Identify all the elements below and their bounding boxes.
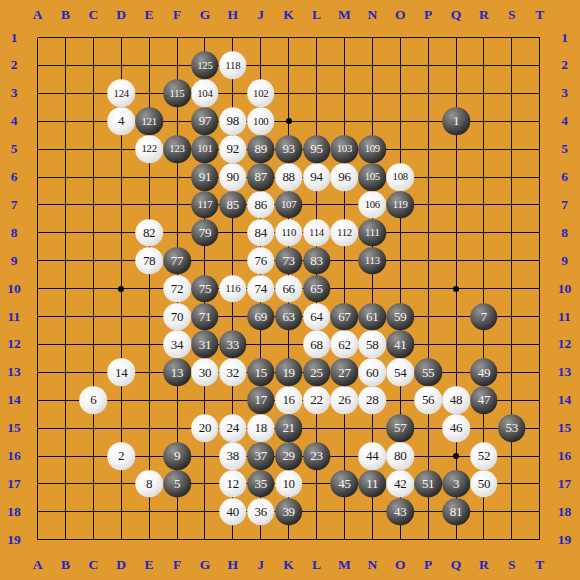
- star-point-K4: [286, 118, 292, 124]
- row-label-right-5: 5: [561, 141, 568, 157]
- move-number: 60: [366, 366, 378, 379]
- column-label-bottom-H: H: [228, 557, 239, 573]
- move-number: 81: [450, 505, 462, 518]
- stone-white-100-J4[interactable]: 100: [247, 107, 275, 135]
- stone-white-84-J8[interactable]: 84: [247, 219, 275, 247]
- move-number: 8: [146, 477, 152, 490]
- stone-white-68-L12[interactable]: 68: [303, 331, 331, 359]
- move-number: 74: [254, 282, 266, 295]
- move-number: 79: [199, 226, 211, 239]
- stone-white-28-N14[interactable]: 28: [359, 386, 387, 414]
- move-number: 66: [282, 282, 294, 295]
- move-number: 47: [478, 394, 490, 407]
- move-number: 27: [338, 366, 350, 379]
- stone-black-27-M13[interactable]: 27: [331, 359, 359, 387]
- move-number: 96: [338, 171, 350, 184]
- grid-line-vertical-P: [428, 38, 429, 540]
- go-board[interactable]: AA11BB22CC33DD44EE55FF66GG77HH88JJ99KK10…: [0, 0, 580, 580]
- stone-black-125-G2[interactable]: 125: [191, 52, 219, 80]
- move-number: 93: [282, 143, 294, 156]
- stone-white-58-N12[interactable]: 58: [359, 331, 387, 359]
- row-label-left-1: 1: [11, 30, 18, 46]
- move-number: 91: [199, 171, 211, 184]
- move-number: 46: [450, 422, 462, 435]
- stone-white-78-E9[interactable]: 78: [135, 247, 163, 275]
- row-label-left-5: 5: [11, 141, 18, 157]
- stone-white-12-H17[interactable]: 12: [219, 470, 247, 498]
- column-label-bottom-S: S: [508, 557, 516, 573]
- column-label-bottom-K: K: [283, 557, 294, 573]
- row-label-right-2: 2: [561, 57, 568, 73]
- move-number: 84: [254, 226, 266, 239]
- move-number: 10: [282, 477, 294, 490]
- stone-black-91-G6[interactable]: 91: [191, 163, 219, 191]
- stone-white-48-Q14[interactable]: 48: [442, 386, 470, 414]
- stone-white-86-J7[interactable]: 86: [247, 191, 275, 219]
- stone-white-62-M12[interactable]: 62: [331, 331, 359, 359]
- stone-black-73-K9[interactable]: 73: [275, 247, 303, 275]
- move-number: 72: [171, 282, 183, 295]
- stone-white-34-F12[interactable]: 34: [163, 331, 191, 359]
- move-number: 45: [338, 477, 350, 490]
- column-label-bottom-D: D: [116, 557, 126, 573]
- row-label-left-8: 8: [11, 225, 18, 241]
- move-number: 92: [227, 143, 239, 156]
- move-number: 48: [450, 394, 462, 407]
- move-number: 35: [254, 477, 266, 490]
- row-label-right-9: 9: [561, 253, 568, 269]
- move-number: 63: [282, 310, 294, 323]
- stone-black-81-Q18[interactable]: 81: [442, 498, 470, 526]
- move-number: 100: [253, 116, 268, 127]
- stone-white-46-Q15[interactable]: 46: [442, 414, 470, 442]
- stone-white-30-G13[interactable]: 30: [191, 359, 219, 387]
- stone-white-66-K10[interactable]: 66: [275, 275, 303, 303]
- row-label-left-4: 4: [11, 113, 18, 129]
- move-number: 26: [338, 394, 350, 407]
- stone-white-14-D13[interactable]: 14: [107, 359, 135, 387]
- stone-black-79-G8[interactable]: 79: [191, 219, 219, 247]
- column-label-top-P: P: [424, 7, 432, 23]
- stone-black-17-J14[interactable]: 17: [247, 386, 275, 414]
- stone-black-9-F16[interactable]: 9: [163, 442, 191, 470]
- stone-black-49-R13[interactable]: 49: [470, 359, 498, 387]
- column-label-top-G: G: [200, 7, 211, 23]
- move-number: 6: [90, 394, 96, 407]
- move-number: 119: [393, 199, 408, 210]
- stone-black-1-Q4[interactable]: 1: [442, 107, 470, 135]
- column-label-bottom-A: A: [33, 557, 43, 573]
- move-number: 15: [254, 366, 266, 379]
- move-number: 40: [227, 505, 239, 518]
- stone-white-106-N7[interactable]: 106: [359, 191, 387, 219]
- stone-white-20-G15[interactable]: 20: [191, 414, 219, 442]
- move-number: 54: [394, 366, 406, 379]
- column-label-top-D: D: [116, 7, 126, 23]
- move-number: 105: [365, 172, 380, 183]
- move-number: 113: [365, 255, 380, 266]
- column-label-top-C: C: [88, 7, 98, 23]
- stone-black-29-K16[interactable]: 29: [275, 442, 303, 470]
- stone-white-124-D3[interactable]: 124: [107, 80, 135, 108]
- move-number: 30: [199, 366, 211, 379]
- move-number: 87: [254, 171, 266, 184]
- stone-black-107-K7[interactable]: 107: [275, 191, 303, 219]
- stone-black-5-F17[interactable]: 5: [163, 470, 191, 498]
- move-number: 106: [365, 199, 380, 210]
- move-number: 118: [225, 60, 240, 71]
- stone-black-83-L9[interactable]: 83: [303, 247, 331, 275]
- column-label-top-L: L: [312, 7, 321, 23]
- row-label-left-15: 15: [7, 420, 21, 436]
- stone-white-4-D4[interactable]: 4: [107, 107, 135, 135]
- move-number: 34: [171, 338, 183, 351]
- move-number: 59: [394, 310, 406, 323]
- column-label-top-R: R: [479, 7, 489, 23]
- column-label-top-J: J: [257, 7, 264, 23]
- stone-black-87-J6[interactable]: 87: [247, 163, 275, 191]
- stone-white-32-H13[interactable]: 32: [219, 359, 247, 387]
- column-label-top-B: B: [61, 7, 70, 23]
- row-label-right-8: 8: [561, 225, 568, 241]
- stone-black-21-K15[interactable]: 21: [275, 414, 303, 442]
- stone-black-115-F3[interactable]: 115: [163, 80, 191, 108]
- move-number: 25: [310, 366, 322, 379]
- stone-white-56-P14[interactable]: 56: [414, 386, 442, 414]
- stone-white-36-J18[interactable]: 36: [247, 498, 275, 526]
- move-number: 12: [227, 477, 239, 490]
- stone-white-82-E8[interactable]: 82: [135, 219, 163, 247]
- column-label-bottom-N: N: [367, 557, 377, 573]
- move-number: 53: [506, 422, 518, 435]
- move-number: 115: [170, 88, 185, 99]
- move-number: 32: [227, 366, 239, 379]
- stone-white-26-M14[interactable]: 26: [331, 386, 359, 414]
- row-label-right-18: 18: [558, 504, 572, 520]
- stone-white-110-K8[interactable]: 110: [275, 219, 303, 247]
- move-number: 107: [281, 199, 296, 210]
- move-number: 61: [366, 310, 378, 323]
- stone-black-113-N9[interactable]: 113: [359, 247, 387, 275]
- stone-white-72-F10[interactable]: 72: [163, 275, 191, 303]
- stone-black-101-G5[interactable]: 101: [191, 135, 219, 163]
- stone-black-109-N5[interactable]: 109: [359, 135, 387, 163]
- stone-white-54-O13[interactable]: 54: [386, 359, 414, 387]
- move-number: 117: [197, 199, 212, 210]
- stone-black-35-J17[interactable]: 35: [247, 470, 275, 498]
- row-label-left-13: 13: [7, 364, 21, 380]
- move-number: 13: [171, 366, 183, 379]
- stone-white-116-H10[interactable]: 116: [219, 275, 247, 303]
- stone-black-45-M17[interactable]: 45: [331, 470, 359, 498]
- move-number: 17: [254, 394, 266, 407]
- stone-white-18-J15[interactable]: 18: [247, 414, 275, 442]
- row-label-right-15: 15: [558, 420, 572, 436]
- move-number: 28: [366, 394, 378, 407]
- stone-black-123-F5[interactable]: 123: [163, 135, 191, 163]
- move-number: 1: [453, 115, 459, 128]
- row-label-right-17: 17: [558, 476, 572, 492]
- grid-line-vertical-S: [511, 38, 512, 540]
- move-number: 75: [199, 282, 211, 295]
- row-label-right-14: 14: [558, 392, 572, 408]
- stone-white-24-H15[interactable]: 24: [219, 414, 247, 442]
- move-number: 29: [282, 450, 294, 463]
- move-number: 76: [254, 254, 266, 267]
- stone-white-52-R16[interactable]: 52: [470, 442, 498, 470]
- stone-white-88-K6[interactable]: 88: [275, 163, 303, 191]
- column-label-bottom-P: P: [424, 557, 432, 573]
- column-label-top-M: M: [338, 7, 351, 23]
- stone-black-3-Q17[interactable]: 3: [442, 470, 470, 498]
- stone-white-70-F11[interactable]: 70: [163, 303, 191, 331]
- move-number: 11: [366, 477, 378, 490]
- stone-black-37-J16[interactable]: 37: [247, 442, 275, 470]
- stone-white-114-L8[interactable]: 114: [303, 219, 331, 247]
- star-point-Q16: [453, 453, 459, 459]
- stone-white-50-R17[interactable]: 50: [470, 470, 498, 498]
- move-number: 49: [478, 366, 490, 379]
- star-point-D10: [118, 286, 124, 292]
- row-label-left-12: 12: [7, 336, 21, 352]
- move-number: 3: [453, 477, 459, 490]
- stone-black-95-L5[interactable]: 95: [303, 135, 331, 163]
- move-number: 62: [338, 338, 350, 351]
- move-number: 41: [394, 338, 406, 351]
- stone-black-47-R14[interactable]: 47: [470, 386, 498, 414]
- move-number: 42: [394, 477, 406, 490]
- grid-line-vertical-T: [539, 38, 540, 540]
- move-number: 70: [171, 310, 183, 323]
- move-number: 103: [337, 144, 352, 155]
- move-number: 9: [174, 450, 180, 463]
- move-number: 65: [310, 282, 322, 295]
- stone-black-43-O18[interactable]: 43: [386, 498, 414, 526]
- grid-line-vertical-M: [344, 38, 345, 540]
- move-number: 104: [197, 88, 212, 99]
- column-label-top-N: N: [367, 7, 377, 23]
- row-label-right-13: 13: [558, 364, 572, 380]
- stone-black-89-J5[interactable]: 89: [247, 135, 275, 163]
- row-label-right-16: 16: [558, 448, 572, 464]
- stone-white-112-M8[interactable]: 112: [331, 219, 359, 247]
- column-label-top-O: O: [395, 7, 406, 23]
- row-label-left-2: 2: [11, 57, 18, 73]
- stone-white-38-H16[interactable]: 38: [219, 442, 247, 470]
- stone-white-10-K17[interactable]: 10: [275, 470, 303, 498]
- row-label-left-9: 9: [11, 253, 18, 269]
- stone-black-117-G7[interactable]: 117: [191, 191, 219, 219]
- stone-white-92-H5[interactable]: 92: [219, 135, 247, 163]
- row-label-right-7: 7: [561, 197, 568, 213]
- move-number: 112: [337, 227, 352, 238]
- move-number: 90: [227, 171, 239, 184]
- stone-black-25-L13[interactable]: 25: [303, 359, 331, 387]
- stone-white-118-H2[interactable]: 118: [219, 52, 247, 80]
- column-label-bottom-F: F: [173, 557, 181, 573]
- column-label-top-E: E: [145, 7, 154, 23]
- stone-black-119-O7[interactable]: 119: [386, 191, 414, 219]
- stone-black-57-O15[interactable]: 57: [386, 414, 414, 442]
- stone-black-13-F13[interactable]: 13: [163, 359, 191, 387]
- stone-black-65-L10[interactable]: 65: [303, 275, 331, 303]
- stone-black-85-H7[interactable]: 85: [219, 191, 247, 219]
- move-number: 86: [254, 198, 266, 211]
- move-number: 56: [422, 394, 434, 407]
- move-number: 121: [141, 116, 156, 127]
- stone-white-108-O6[interactable]: 108: [386, 163, 414, 191]
- move-number: 80: [394, 450, 406, 463]
- move-number: 95: [310, 143, 322, 156]
- move-number: 37: [254, 450, 266, 463]
- stone-black-41-O12[interactable]: 41: [386, 331, 414, 359]
- stone-black-63-K11[interactable]: 63: [275, 303, 303, 331]
- column-label-bottom-M: M: [338, 557, 351, 573]
- stone-black-39-K18[interactable]: 39: [275, 498, 303, 526]
- stone-white-42-O17[interactable]: 42: [386, 470, 414, 498]
- stone-white-90-H6[interactable]: 90: [219, 163, 247, 191]
- stone-black-15-J13[interactable]: 15: [247, 359, 275, 387]
- stone-white-8-E17[interactable]: 8: [135, 470, 163, 498]
- move-number: 116: [225, 283, 240, 294]
- stone-white-96-M6[interactable]: 96: [331, 163, 359, 191]
- stone-black-121-E4[interactable]: 121: [135, 107, 163, 135]
- move-number: 20: [199, 422, 211, 435]
- move-number: 7: [481, 310, 487, 323]
- move-number: 55: [422, 366, 434, 379]
- move-number: 71: [199, 310, 211, 323]
- stone-black-53-S15[interactable]: 53: [498, 414, 526, 442]
- stone-black-105-N6[interactable]: 105: [359, 163, 387, 191]
- column-label-top-H: H: [228, 7, 239, 23]
- stone-white-64-L11[interactable]: 64: [303, 303, 331, 331]
- column-label-bottom-E: E: [145, 557, 154, 573]
- stone-black-11-N17[interactable]: 11: [359, 470, 387, 498]
- column-label-bottom-L: L: [312, 557, 321, 573]
- move-number: 31: [199, 338, 211, 351]
- stone-black-103-M5[interactable]: 103: [331, 135, 359, 163]
- row-label-right-12: 12: [558, 336, 572, 352]
- stone-white-76-J9[interactable]: 76: [247, 247, 275, 275]
- column-label-top-F: F: [173, 7, 181, 23]
- move-number: 57: [394, 422, 406, 435]
- move-number: 21: [282, 422, 294, 435]
- column-label-bottom-O: O: [395, 557, 406, 573]
- move-number: 97: [199, 115, 211, 128]
- stone-white-6-C14[interactable]: 6: [80, 386, 108, 414]
- move-number: 98: [227, 115, 239, 128]
- move-number: 110: [281, 227, 296, 238]
- stone-black-7-R11[interactable]: 7: [470, 303, 498, 331]
- move-number: 82: [143, 226, 155, 239]
- move-number: 122: [141, 144, 156, 155]
- move-number: 18: [254, 422, 266, 435]
- column-label-bottom-T: T: [535, 557, 544, 573]
- stone-black-33-H12[interactable]: 33: [219, 331, 247, 359]
- move-number: 19: [282, 366, 294, 379]
- move-number: 39: [282, 505, 294, 518]
- row-label-right-3: 3: [561, 85, 568, 101]
- grid-line-horizontal-19: [38, 539, 540, 540]
- move-number: 124: [114, 88, 129, 99]
- move-number: 78: [143, 254, 155, 267]
- stone-black-61-N11[interactable]: 61: [359, 303, 387, 331]
- stone-black-55-P13[interactable]: 55: [414, 359, 442, 387]
- move-number: 89: [254, 143, 266, 156]
- stone-white-2-D16[interactable]: 2: [107, 442, 135, 470]
- stone-black-51-P17[interactable]: 51: [414, 470, 442, 498]
- move-number: 2: [118, 450, 124, 463]
- move-number: 111: [365, 227, 380, 238]
- column-label-bottom-R: R: [479, 557, 489, 573]
- stone-white-22-L14[interactable]: 22: [303, 386, 331, 414]
- stone-black-31-G12[interactable]: 31: [191, 331, 219, 359]
- move-number: 33: [227, 338, 239, 351]
- stone-white-104-G3[interactable]: 104: [191, 80, 219, 108]
- star-point-Q10: [453, 286, 459, 292]
- column-label-bottom-C: C: [88, 557, 98, 573]
- stone-black-93-K5[interactable]: 93: [275, 135, 303, 163]
- grid-line-horizontal-12: [38, 344, 540, 345]
- stone-black-97-G4[interactable]: 97: [191, 107, 219, 135]
- move-number: 52: [478, 450, 490, 463]
- move-number: 108: [393, 172, 408, 183]
- stone-black-75-G10[interactable]: 75: [191, 275, 219, 303]
- stone-white-94-L6[interactable]: 94: [303, 163, 331, 191]
- stone-white-40-H18[interactable]: 40: [219, 498, 247, 526]
- stone-white-80-O16[interactable]: 80: [386, 442, 414, 470]
- row-label-right-11: 11: [558, 309, 571, 325]
- move-number: 16: [282, 394, 294, 407]
- stone-black-23-L16[interactable]: 23: [303, 442, 331, 470]
- stone-white-102-J3[interactable]: 102: [247, 80, 275, 108]
- row-label-right-1: 1: [561, 30, 568, 46]
- move-number: 101: [197, 144, 212, 155]
- stone-black-59-O11[interactable]: 59: [386, 303, 414, 331]
- move-number: 23: [310, 450, 322, 463]
- stone-white-60-N13[interactable]: 60: [359, 359, 387, 387]
- stone-black-19-K13[interactable]: 19: [275, 359, 303, 387]
- move-number: 43: [394, 505, 406, 518]
- stone-black-67-M11[interactable]: 67: [331, 303, 359, 331]
- move-number: 77: [171, 254, 183, 267]
- stone-black-77-F9[interactable]: 77: [163, 247, 191, 275]
- move-number: 64: [310, 310, 322, 323]
- stone-white-74-J10[interactable]: 74: [247, 275, 275, 303]
- go-kifu-diagram: AA11BB22CC33DD44EE55FF66GG77HH88JJ99KK10…: [0, 0, 580, 580]
- move-number: 22: [310, 394, 322, 407]
- stone-white-44-N16[interactable]: 44: [359, 442, 387, 470]
- move-number: 102: [253, 88, 268, 99]
- move-number: 67: [338, 310, 350, 323]
- move-number: 114: [309, 227, 324, 238]
- stone-black-69-J11[interactable]: 69: [247, 303, 275, 331]
- move-number: 123: [169, 144, 184, 155]
- move-number: 94: [310, 171, 322, 184]
- stone-white-122-E5[interactable]: 122: [135, 135, 163, 163]
- row-label-right-19: 19: [558, 532, 572, 548]
- move-number: 44: [366, 450, 378, 463]
- stone-white-16-K14[interactable]: 16: [275, 386, 303, 414]
- stone-white-98-H4[interactable]: 98: [219, 107, 247, 135]
- move-number: 14: [115, 366, 127, 379]
- stone-black-71-G11[interactable]: 71: [191, 303, 219, 331]
- stone-black-111-N8[interactable]: 111: [359, 219, 387, 247]
- move-number: 24: [227, 422, 239, 435]
- column-label-top-Q: Q: [451, 7, 462, 23]
- move-number: 85: [227, 198, 239, 211]
- move-number: 50: [478, 477, 490, 490]
